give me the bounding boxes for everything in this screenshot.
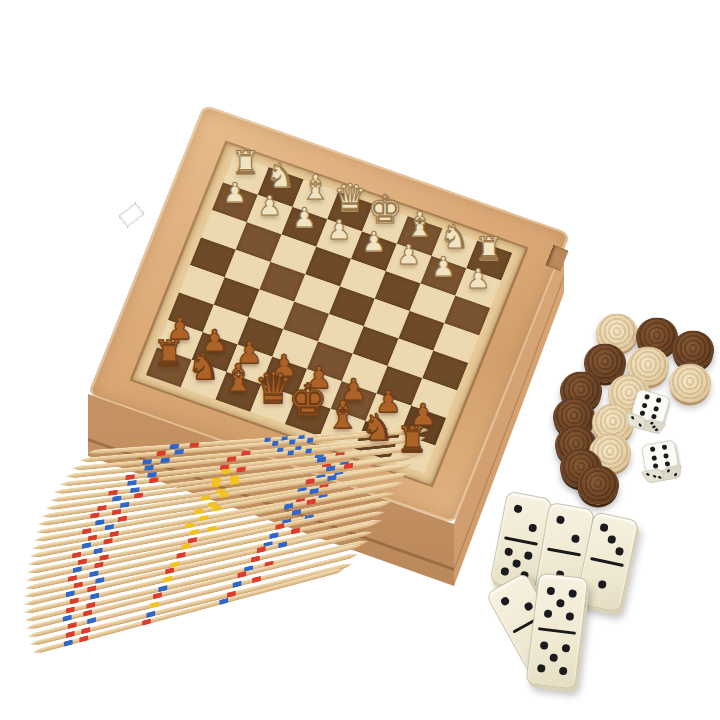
- chess-piece-cream-pawn[interactable]: ♟: [327, 216, 351, 243]
- pip: [607, 535, 616, 544]
- pip: [631, 416, 634, 420]
- pip: [667, 469, 670, 473]
- pip: [537, 664, 546, 673]
- checker-dark[interactable]: [577, 466, 619, 505]
- checker-light[interactable]: [669, 364, 711, 403]
- chess-piece-brown-rook[interactable]: ♜: [153, 336, 185, 372]
- pip: [556, 599, 565, 608]
- domino-half-top: [537, 578, 585, 629]
- chess-piece-brown-king[interactable]: ♚: [288, 379, 327, 423]
- domino-half-top: [503, 496, 548, 541]
- chess-piece-cream-pawn[interactable]: ♟: [431, 253, 455, 280]
- domino-half-top: [546, 507, 591, 552]
- pip: [654, 428, 659, 431]
- pip: [558, 667, 567, 676]
- chess-piece-cream-pawn[interactable]: ♟: [258, 191, 282, 218]
- domino-half-bottom: [530, 633, 578, 684]
- pip: [646, 473, 651, 476]
- chess-piece-cream-bishop[interactable]: ♝: [404, 207, 434, 241]
- chess-piece-brown-knight[interactable]: ♞: [361, 409, 394, 446]
- chess-piece-brown-queen[interactable]: ♛: [254, 367, 293, 410]
- chess-piece-brown-bishop[interactable]: ♝: [326, 396, 360, 434]
- pip: [656, 398, 662, 404]
- pip: [540, 641, 549, 650]
- pip: [565, 612, 574, 621]
- chess-piece-cream-pawn[interactable]: ♟: [466, 265, 490, 292]
- chess-piece-cream-pawn[interactable]: ♟: [223, 179, 247, 206]
- pip: [556, 516, 565, 525]
- die-side-face: [662, 464, 682, 481]
- pip: [674, 473, 677, 477]
- chess-piece-cream-rook[interactable]: ♜: [232, 147, 261, 179]
- chess-piece-cream-pawn[interactable]: ♟: [292, 204, 316, 231]
- pip: [639, 423, 642, 427]
- pip: [652, 463, 658, 469]
- pip: [597, 580, 606, 589]
- pip: [663, 453, 669, 459]
- pip: [501, 566, 510, 575]
- pip: [654, 405, 660, 411]
- pip: [513, 504, 522, 513]
- chess-piece-cream-knight[interactable]: ♞: [266, 159, 296, 192]
- chess-piece-brown-rook[interactable]: ♜: [396, 422, 428, 458]
- pip: [641, 402, 647, 408]
- chess-piece-cream-knight[interactable]: ♞: [440, 220, 470, 253]
- pip: [523, 551, 532, 560]
- pip: [657, 476, 662, 479]
- pip: [544, 609, 553, 618]
- pip: [649, 447, 655, 453]
- domino-half-top: [589, 517, 635, 563]
- chess-piece-brown-knight[interactable]: ♞: [187, 348, 220, 385]
- chess-piece-cream-pawn[interactable]: ♟: [397, 240, 421, 267]
- pip: [651, 455, 657, 461]
- chess-piece-cream-pawn[interactable]: ♟: [362, 228, 386, 255]
- chess-piece-cream-queen[interactable]: ♛: [333, 179, 367, 217]
- pip: [512, 559, 521, 568]
- pip: [547, 586, 556, 595]
- pip: [504, 548, 513, 557]
- pip: [500, 596, 511, 607]
- chess-piece-cream-rook[interactable]: ♜: [475, 233, 504, 265]
- pip: [528, 523, 537, 532]
- die-showing-6[interactable]: [638, 439, 684, 485]
- pip: [651, 474, 656, 477]
- product-photo-stage: ♜♞♝♛♚♝♞♜♟♟♟♟♟♟♟♟♟♟♟♟♟♟♟♟♜♞♝♛♚♝♞♜: [0, 0, 720, 720]
- pip: [561, 644, 570, 653]
- pip: [644, 394, 650, 400]
- chess-piece-brown-bishop[interactable]: ♝: [221, 359, 255, 397]
- chess-piece-cream-king[interactable]: ♚: [367, 190, 402, 229]
- pip: [662, 445, 668, 451]
- pip: [571, 534, 580, 543]
- pip: [614, 546, 623, 555]
- pip: [568, 589, 577, 598]
- pip: [549, 654, 558, 663]
- chess-piece-cream-bishop[interactable]: ♝: [300, 170, 330, 204]
- pip: [523, 601, 534, 612]
- pip: [600, 523, 609, 532]
